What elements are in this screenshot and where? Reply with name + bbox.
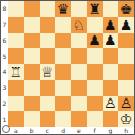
rank-label-2: 2 [1,96,8,112]
file-label-f: f [87,127,103,134]
square-b4[interactable] [24,64,40,80]
rank-label-3: 3 [1,80,8,96]
white-to-move-indicator [2,125,10,133]
white-knight: ♘ [73,18,86,32]
black-pawn: ♟ [104,18,117,32]
square-g6[interactable]: ♟ [103,33,119,49]
file-labels: a b c d e f g h [8,127,134,134]
square-g8[interactable] [103,1,119,17]
white-rook: ♖ [10,65,23,79]
square-h3[interactable] [118,80,134,96]
square-h6[interactable] [118,33,134,49]
chess-diagram: 8 7 6 5 4 3 2 1 ♛♜♚♘♟♟♟♟♖♕♙♙♔ a b c d e … [0,0,135,135]
square-f2[interactable] [87,96,103,112]
black-pawn: ♟ [104,33,117,47]
square-a6[interactable] [8,33,24,49]
black-pawn: ♟ [120,18,133,32]
square-e3[interactable] [71,80,87,96]
square-a3[interactable] [8,80,24,96]
rank-label-6: 6 [1,33,8,49]
file-label-d: d [55,127,71,134]
rank-labels: 8 7 6 5 4 3 2 1 [1,1,8,127]
square-f4[interactable] [87,64,103,80]
square-d7[interactable] [55,17,71,33]
square-h4[interactable] [118,64,134,80]
square-d4[interactable] [55,64,71,80]
square-d5[interactable] [55,48,71,64]
square-e2[interactable] [71,96,87,112]
square-f8[interactable]: ♜ [87,1,103,17]
square-f6[interactable]: ♟ [87,33,103,49]
file-label-h: h [118,127,134,134]
rank-label-4: 4 [1,64,8,80]
file-label-e: e [71,127,87,134]
rank-label-5: 5 [1,48,8,64]
square-e8[interactable] [71,1,87,17]
file-label-a: a [8,127,24,134]
square-g7[interactable]: ♟ [103,17,119,33]
square-a8[interactable] [8,1,24,17]
square-b8[interactable] [24,1,40,17]
square-d6[interactable] [55,33,71,49]
square-g5[interactable] [103,48,119,64]
square-a5[interactable] [8,48,24,64]
square-c4[interactable]: ♕ [40,64,56,80]
black-queen: ♛ [57,2,70,16]
square-a4[interactable]: ♖ [8,64,24,80]
square-c5[interactable] [40,48,56,64]
white-pawn: ♙ [104,96,117,110]
square-c7[interactable] [40,17,56,33]
square-a1[interactable] [8,111,24,127]
square-b5[interactable] [24,48,40,64]
square-f1[interactable] [87,111,103,127]
square-g4[interactable] [103,64,119,80]
file-label-g: g [103,127,119,134]
square-h1[interactable]: ♔ [118,111,134,127]
square-b7[interactable] [24,17,40,33]
square-c6[interactable] [40,33,56,49]
square-d1[interactable] [55,111,71,127]
square-h8[interactable]: ♚ [118,1,134,17]
square-g3[interactable] [103,80,119,96]
rank-label-8: 8 [1,1,8,17]
white-king: ♔ [120,112,133,126]
square-c8[interactable] [40,1,56,17]
square-f5[interactable] [87,48,103,64]
white-queen: ♕ [41,65,54,79]
square-c2[interactable] [40,96,56,112]
square-b3[interactable] [24,80,40,96]
black-pawn: ♟ [88,33,101,47]
square-f3[interactable] [87,80,103,96]
square-e1[interactable] [71,111,87,127]
chess-board: ♛♜♚♘♟♟♟♟♖♕♙♙♔ [8,1,134,127]
square-g2[interactable]: ♙ [103,96,119,112]
square-d2[interactable] [55,96,71,112]
square-h7[interactable]: ♟ [118,17,134,33]
square-e7[interactable]: ♘ [71,17,87,33]
square-g1[interactable] [103,111,119,127]
square-f7[interactable] [87,17,103,33]
square-a7[interactable] [8,17,24,33]
file-label-c: c [40,127,56,134]
square-e5[interactable] [71,48,87,64]
square-e4[interactable] [71,64,87,80]
square-c1[interactable] [40,111,56,127]
square-d3[interactable] [55,80,71,96]
square-d8[interactable]: ♛ [55,1,71,17]
square-e6[interactable] [71,33,87,49]
square-b2[interactable] [24,96,40,112]
square-b1[interactable] [24,111,40,127]
black-king: ♚ [120,2,133,16]
square-h2[interactable]: ♙ [118,96,134,112]
white-pawn: ♙ [120,96,133,110]
square-b6[interactable] [24,33,40,49]
square-c3[interactable] [40,80,56,96]
file-label-b: b [24,127,40,134]
black-rook: ♜ [88,2,101,16]
square-a2[interactable] [8,96,24,112]
square-h5[interactable] [118,48,134,64]
rank-label-7: 7 [1,17,8,33]
